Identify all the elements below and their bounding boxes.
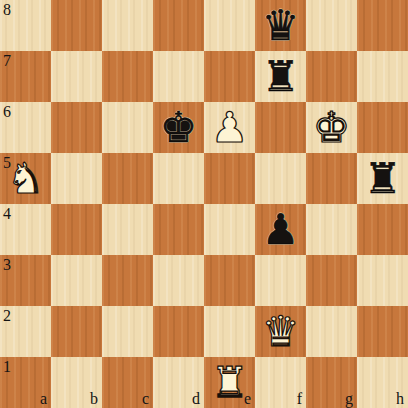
square-b8[interactable] xyxy=(51,0,102,51)
square-c3[interactable] xyxy=(102,255,153,306)
square-b4[interactable] xyxy=(51,204,102,255)
square-a1[interactable]: 1a xyxy=(0,357,51,408)
black-queen[interactable]: ♛ xyxy=(255,0,306,51)
square-c5[interactable] xyxy=(102,153,153,204)
square-a2[interactable]: 2 xyxy=(0,306,51,357)
square-b5[interactable] xyxy=(51,153,102,204)
black-rook[interactable]: ♜ xyxy=(357,153,408,204)
square-a6[interactable]: 6 xyxy=(0,102,51,153)
square-f6[interactable] xyxy=(255,102,306,153)
file-label-h: h xyxy=(396,391,404,407)
square-h7[interactable] xyxy=(357,51,408,102)
rank-label-8: 8 xyxy=(3,2,11,18)
square-g1[interactable]: g xyxy=(306,357,357,408)
square-b1[interactable]: b xyxy=(51,357,102,408)
rank-label-1: 1 xyxy=(3,359,11,375)
square-d2[interactable] xyxy=(153,306,204,357)
square-g7[interactable] xyxy=(306,51,357,102)
rank-label-7: 7 xyxy=(3,53,11,69)
square-d5[interactable] xyxy=(153,153,204,204)
square-c2[interactable] xyxy=(102,306,153,357)
file-label-b: b xyxy=(90,391,98,407)
file-label-d: d xyxy=(192,391,200,407)
square-e7[interactable] xyxy=(204,51,255,102)
square-f8[interactable]: ♛ xyxy=(255,0,306,51)
white-knight[interactable]: ♞ xyxy=(0,153,51,204)
square-h4[interactable] xyxy=(357,204,408,255)
square-e8[interactable] xyxy=(204,0,255,51)
square-g2[interactable] xyxy=(306,306,357,357)
square-h8[interactable] xyxy=(357,0,408,51)
square-a8[interactable]: 8 xyxy=(0,0,51,51)
black-king[interactable]: ♚ xyxy=(153,102,204,153)
square-h3[interactable] xyxy=(357,255,408,306)
square-d4[interactable] xyxy=(153,204,204,255)
square-b3[interactable] xyxy=(51,255,102,306)
square-e6[interactable]: ♟ xyxy=(204,102,255,153)
black-rook[interactable]: ♜ xyxy=(255,51,306,102)
square-c8[interactable] xyxy=(102,0,153,51)
white-king[interactable]: ♚ xyxy=(306,102,357,153)
rank-label-2: 2 xyxy=(3,308,11,324)
square-c4[interactable] xyxy=(102,204,153,255)
square-g5[interactable] xyxy=(306,153,357,204)
square-h5[interactable]: ♜ xyxy=(357,153,408,204)
square-h1[interactable]: h xyxy=(357,357,408,408)
square-b6[interactable] xyxy=(51,102,102,153)
square-c1[interactable]: c xyxy=(102,357,153,408)
square-f2[interactable]: ♛ xyxy=(255,306,306,357)
rank-label-6: 6 xyxy=(3,104,11,120)
white-pawn[interactable]: ♟ xyxy=(204,102,255,153)
square-d6[interactable]: ♚ xyxy=(153,102,204,153)
white-queen[interactable]: ♛ xyxy=(255,306,306,357)
square-d8[interactable] xyxy=(153,0,204,51)
square-f4[interactable]: ♟ xyxy=(255,204,306,255)
square-f1[interactable]: f xyxy=(255,357,306,408)
square-g3[interactable] xyxy=(306,255,357,306)
square-a5[interactable]: 5♞ xyxy=(0,153,51,204)
file-label-a: a xyxy=(40,391,47,407)
square-b2[interactable] xyxy=(51,306,102,357)
square-c7[interactable] xyxy=(102,51,153,102)
square-e2[interactable] xyxy=(204,306,255,357)
chess-board: 8♛7♜6♚♟♚5♞♜4♟32♛1abcde♜fgh xyxy=(0,0,408,408)
square-h2[interactable] xyxy=(357,306,408,357)
file-label-f: f xyxy=(297,391,302,407)
square-h6[interactable] xyxy=(357,102,408,153)
square-d3[interactable] xyxy=(153,255,204,306)
square-g8[interactable] xyxy=(306,0,357,51)
square-a7[interactable]: 7 xyxy=(0,51,51,102)
square-e5[interactable] xyxy=(204,153,255,204)
square-g4[interactable] xyxy=(306,204,357,255)
square-g6[interactable]: ♚ xyxy=(306,102,357,153)
square-b7[interactable] xyxy=(51,51,102,102)
black-pawn[interactable]: ♟ xyxy=(255,204,306,255)
file-label-g: g xyxy=(345,391,353,407)
square-d1[interactable]: d xyxy=(153,357,204,408)
white-rook[interactable]: ♜ xyxy=(204,357,255,408)
square-d7[interactable] xyxy=(153,51,204,102)
rank-label-3: 3 xyxy=(3,257,11,273)
square-f5[interactable] xyxy=(255,153,306,204)
rank-label-4: 4 xyxy=(3,206,11,222)
square-a4[interactable]: 4 xyxy=(0,204,51,255)
square-e1[interactable]: e♜ xyxy=(204,357,255,408)
square-f3[interactable] xyxy=(255,255,306,306)
square-e4[interactable] xyxy=(204,204,255,255)
square-e3[interactable] xyxy=(204,255,255,306)
square-f7[interactable]: ♜ xyxy=(255,51,306,102)
square-a3[interactable]: 3 xyxy=(0,255,51,306)
file-label-c: c xyxy=(142,391,149,407)
square-c6[interactable] xyxy=(102,102,153,153)
